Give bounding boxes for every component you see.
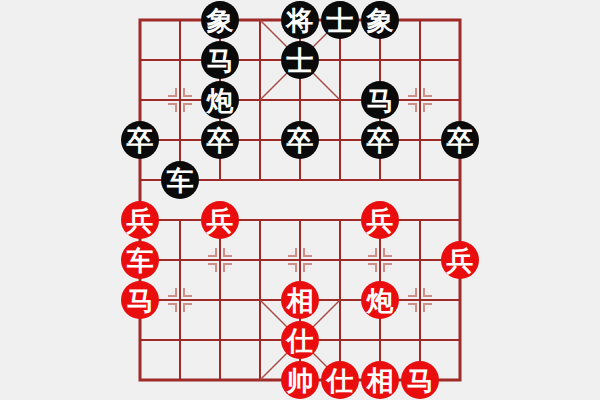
- point-3-9[interactable]: [240, 360, 280, 400]
- point-0-9[interactable]: [120, 360, 160, 400]
- point-5-2[interactable]: [320, 80, 360, 120]
- point-0-4[interactable]: [120, 160, 160, 200]
- piece-red-advisor[interactable]: 仕: [321, 361, 359, 399]
- point-3-3[interactable]: [240, 120, 280, 160]
- point-6-3[interactable]: 卒: [360, 120, 400, 160]
- point-3-2[interactable]: [240, 80, 280, 120]
- point-8-8[interactable]: [440, 320, 480, 360]
- point-1-4[interactable]: 车: [160, 160, 200, 200]
- point-7-4[interactable]: [400, 160, 440, 200]
- point-5-7[interactable]: [320, 280, 360, 320]
- piece-black-cannon[interactable]: 炮: [201, 81, 239, 119]
- point-4-9[interactable]: 帅: [280, 360, 320, 400]
- point-4-0[interactable]: 将: [280, 0, 320, 40]
- piece-black-soldier[interactable]: 卒: [361, 121, 399, 159]
- point-5-3[interactable]: [320, 120, 360, 160]
- point-0-2[interactable]: [120, 80, 160, 120]
- point-7-8[interactable]: [400, 320, 440, 360]
- point-0-0[interactable]: [120, 0, 160, 40]
- point-1-0[interactable]: [160, 0, 200, 40]
- point-7-5[interactable]: [400, 200, 440, 240]
- point-0-6[interactable]: 车: [120, 240, 160, 280]
- point-1-8[interactable]: [160, 320, 200, 360]
- piece-red-soldier[interactable]: 兵: [441, 241, 479, 279]
- point-4-5[interactable]: [280, 200, 320, 240]
- point-2-6[interactable]: [200, 240, 240, 280]
- piece-red-elephant[interactable]: 相: [361, 361, 399, 399]
- point-8-5[interactable]: [440, 200, 480, 240]
- point-5-4[interactable]: [320, 160, 360, 200]
- point-6-6[interactable]: [360, 240, 400, 280]
- piece-black-soldier[interactable]: 卒: [201, 121, 239, 159]
- point-7-3[interactable]: [400, 120, 440, 160]
- point-8-3[interactable]: 卒: [440, 120, 480, 160]
- point-1-5[interactable]: [160, 200, 200, 240]
- point-4-2[interactable]: [280, 80, 320, 120]
- point-2-1[interactable]: 马: [200, 40, 240, 80]
- piece-red-general[interactable]: 帅: [281, 361, 319, 399]
- point-5-6[interactable]: [320, 240, 360, 280]
- piece-red-cannon[interactable]: 炮: [361, 281, 399, 319]
- piece-red-horse[interactable]: 马: [121, 281, 159, 319]
- point-4-3[interactable]: 卒: [280, 120, 320, 160]
- point-6-2[interactable]: 马: [360, 80, 400, 120]
- piece-black-advisor[interactable]: 士: [321, 1, 359, 39]
- point-3-5[interactable]: [240, 200, 280, 240]
- piece-red-advisor[interactable]: 仕: [281, 321, 319, 359]
- point-0-5[interactable]: 兵: [120, 200, 160, 240]
- point-8-2[interactable]: [440, 80, 480, 120]
- point-4-6[interactable]: [280, 240, 320, 280]
- point-7-9[interactable]: 马: [400, 360, 440, 400]
- piece-black-horse[interactable]: 马: [201, 41, 239, 79]
- piece-red-soldier[interactable]: 兵: [201, 201, 239, 239]
- point-0-7[interactable]: 马: [120, 280, 160, 320]
- point-7-7[interactable]: [400, 280, 440, 320]
- point-1-9[interactable]: [160, 360, 200, 400]
- point-1-2[interactable]: [160, 80, 200, 120]
- piece-black-horse[interactable]: 马: [361, 81, 399, 119]
- point-8-7[interactable]: [440, 280, 480, 320]
- piece-black-elephant[interactable]: 象: [201, 1, 239, 39]
- piece-black-chariot[interactable]: 车: [161, 161, 199, 199]
- piece-red-soldier[interactable]: 兵: [121, 201, 159, 239]
- point-4-4[interactable]: [280, 160, 320, 200]
- piece-red-horse[interactable]: 马: [401, 361, 439, 399]
- point-3-7[interactable]: [240, 280, 280, 320]
- point-6-8[interactable]: [360, 320, 400, 360]
- point-2-8[interactable]: [200, 320, 240, 360]
- xiangqi-board: 象将士象马士炮马卒卒卒卒卒车兵兵兵车兵马相炮仕帅仕相马: [0, 0, 600, 400]
- piece-red-elephant[interactable]: 相: [281, 281, 319, 319]
- point-2-3[interactable]: 卒: [200, 120, 240, 160]
- point-4-8[interactable]: 仕: [280, 320, 320, 360]
- point-7-6[interactable]: [400, 240, 440, 280]
- board-points: 象将士象马士炮马卒卒卒卒卒车兵兵兵车兵马相炮仕帅仕相马: [120, 0, 480, 400]
- point-2-7[interactable]: [200, 280, 240, 320]
- piece-black-soldier[interactable]: 卒: [121, 121, 159, 159]
- point-7-0[interactable]: [400, 0, 440, 40]
- point-6-1[interactable]: [360, 40, 400, 80]
- point-3-1[interactable]: [240, 40, 280, 80]
- point-5-8[interactable]: [320, 320, 360, 360]
- point-8-0[interactable]: [440, 0, 480, 40]
- point-6-9[interactable]: 相: [360, 360, 400, 400]
- point-0-3[interactable]: 卒: [120, 120, 160, 160]
- point-2-9[interactable]: [200, 360, 240, 400]
- piece-black-advisor[interactable]: 士: [281, 41, 319, 79]
- point-2-4[interactable]: [200, 160, 240, 200]
- point-6-0[interactable]: 象: [360, 0, 400, 40]
- point-3-0[interactable]: [240, 0, 280, 40]
- piece-black-soldier[interactable]: 卒: [281, 121, 319, 159]
- point-7-2[interactable]: [400, 80, 440, 120]
- point-8-1[interactable]: [440, 40, 480, 80]
- point-2-5[interactable]: 兵: [200, 200, 240, 240]
- point-2-0[interactable]: 象: [200, 0, 240, 40]
- point-1-7[interactable]: [160, 280, 200, 320]
- piece-red-soldier[interactable]: 兵: [361, 201, 399, 239]
- point-6-7[interactable]: 炮: [360, 280, 400, 320]
- point-3-8[interactable]: [240, 320, 280, 360]
- piece-black-soldier[interactable]: 卒: [441, 121, 479, 159]
- point-4-7[interactable]: 相: [280, 280, 320, 320]
- point-3-4[interactable]: [240, 160, 280, 200]
- point-5-5[interactable]: [320, 200, 360, 240]
- point-8-4[interactable]: [440, 160, 480, 200]
- point-2-2[interactable]: 炮: [200, 80, 240, 120]
- piece-black-elephant[interactable]: 象: [361, 1, 399, 39]
- point-5-9[interactable]: 仕: [320, 360, 360, 400]
- point-4-1[interactable]: 士: [280, 40, 320, 80]
- point-6-5[interactable]: 兵: [360, 200, 400, 240]
- point-1-1[interactable]: [160, 40, 200, 80]
- piece-black-general[interactable]: 将: [281, 1, 319, 39]
- point-0-1[interactable]: [120, 40, 160, 80]
- point-8-9[interactable]: [440, 360, 480, 400]
- point-1-6[interactable]: [160, 240, 200, 280]
- point-1-3[interactable]: [160, 120, 200, 160]
- point-8-6[interactable]: 兵: [440, 240, 480, 280]
- piece-red-chariot[interactable]: 车: [121, 241, 159, 279]
- point-7-1[interactable]: [400, 40, 440, 80]
- point-5-0[interactable]: 士: [320, 0, 360, 40]
- point-6-4[interactable]: [360, 160, 400, 200]
- point-0-8[interactable]: [120, 320, 160, 360]
- point-5-1[interactable]: [320, 40, 360, 80]
- point-3-6[interactable]: [240, 240, 280, 280]
